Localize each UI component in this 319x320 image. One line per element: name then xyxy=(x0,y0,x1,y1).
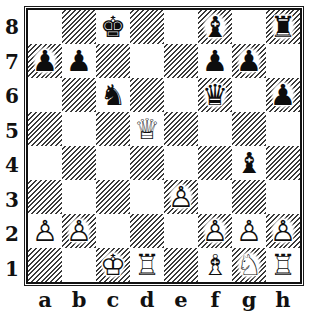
square-d2 xyxy=(130,214,164,248)
square-g2: ♙ xyxy=(232,214,266,248)
square-d3 xyxy=(130,180,164,214)
square-e5 xyxy=(164,112,198,146)
black-king-c8: ♚ xyxy=(96,10,130,44)
square-h6: ♟ xyxy=(266,78,300,112)
square-e8 xyxy=(164,10,198,44)
file-label-f: f xyxy=(198,288,232,316)
black-pawn-a7: ♟ xyxy=(28,44,62,78)
rank-label-6: 6 xyxy=(0,79,24,114)
file-labels: abcdefgh xyxy=(24,288,304,316)
square-f6: ♛ xyxy=(198,78,232,112)
white-pawn-g2: ♙ xyxy=(232,214,266,248)
file-label-d: d xyxy=(130,288,164,316)
square-g5 xyxy=(232,112,266,146)
square-e2 xyxy=(164,214,198,248)
square-d6 xyxy=(130,78,164,112)
square-g7: ♟ xyxy=(232,44,266,78)
black-queen-f6: ♛ xyxy=(198,78,232,112)
black-rook-h8: ♜ xyxy=(266,10,300,44)
square-f8: ♝ xyxy=(198,10,232,44)
square-d7 xyxy=(130,44,164,78)
square-e1 xyxy=(164,248,198,282)
rank-label-1: 1 xyxy=(0,252,24,287)
square-f4 xyxy=(198,146,232,180)
square-c2 xyxy=(96,214,130,248)
square-h1: ♖ xyxy=(266,248,300,282)
white-bishop-f1: ♗ xyxy=(198,248,232,282)
square-g4: ♝ xyxy=(232,146,266,180)
black-pawn-g7: ♟ xyxy=(232,44,266,78)
square-a1 xyxy=(28,248,62,282)
square-b4 xyxy=(62,146,96,180)
square-c1: ♔ xyxy=(96,248,130,282)
square-e3: ♙ xyxy=(164,180,198,214)
rank-label-2: 2 xyxy=(0,217,24,252)
chess-diagram: 87654321 ♚♝♜♟♟♟♟♞♛♟♕♝♙♙♙♙♙♙♔♖♗♘♖ abcdefg… xyxy=(0,0,319,316)
white-pawn-e3: ♙ xyxy=(164,180,198,214)
chess-board: ♚♝♜♟♟♟♟♞♛♟♕♝♙♙♙♙♙♙♔♖♗♘♖ xyxy=(26,8,302,284)
square-a8 xyxy=(28,10,62,44)
square-f2: ♙ xyxy=(198,214,232,248)
square-b5 xyxy=(62,112,96,146)
white-rook-h1: ♖ xyxy=(266,248,300,282)
square-c5 xyxy=(96,112,130,146)
square-b6 xyxy=(62,78,96,112)
file-label-b: b xyxy=(62,288,96,316)
white-queen-d5: ♕ xyxy=(130,112,164,146)
rank-label-5: 5 xyxy=(0,114,24,149)
square-c6: ♞ xyxy=(96,78,130,112)
white-pawn-b2: ♙ xyxy=(62,214,96,248)
square-b2: ♙ xyxy=(62,214,96,248)
white-pawn-a2: ♙ xyxy=(28,214,62,248)
square-b8 xyxy=(62,10,96,44)
square-h3 xyxy=(266,180,300,214)
square-c3 xyxy=(96,180,130,214)
square-c7 xyxy=(96,44,130,78)
file-label-a: a xyxy=(28,288,62,316)
square-e4 xyxy=(164,146,198,180)
square-g8 xyxy=(232,10,266,44)
black-knight-c6: ♞ xyxy=(96,78,130,112)
square-a5 xyxy=(28,112,62,146)
white-pawn-f2: ♙ xyxy=(198,214,232,248)
square-d8 xyxy=(130,10,164,44)
file-label-g: g xyxy=(232,288,266,316)
black-bishop-f8: ♝ xyxy=(198,10,232,44)
rank-labels: 87654321 xyxy=(0,6,24,286)
square-f1: ♗ xyxy=(198,248,232,282)
square-c4 xyxy=(96,146,130,180)
square-b3 xyxy=(62,180,96,214)
square-f3 xyxy=(198,180,232,214)
rank-label-4: 4 xyxy=(0,148,24,183)
rank-label-8: 8 xyxy=(0,10,24,45)
square-a7: ♟ xyxy=(28,44,62,78)
file-label-e: e xyxy=(164,288,198,316)
rank-label-3: 3 xyxy=(0,183,24,218)
square-f5 xyxy=(198,112,232,146)
square-b1 xyxy=(62,248,96,282)
board-frame: ♚♝♜♟♟♟♟♞♛♟♕♝♙♙♙♙♙♙♔♖♗♘♖ xyxy=(24,6,304,286)
square-h7 xyxy=(266,44,300,78)
square-a4 xyxy=(28,146,62,180)
square-h4 xyxy=(266,146,300,180)
square-d5: ♕ xyxy=(130,112,164,146)
square-f7: ♟ xyxy=(198,44,232,78)
square-d4 xyxy=(130,146,164,180)
rank-label-7: 7 xyxy=(0,45,24,80)
black-bishop-g4: ♝ xyxy=(232,146,266,180)
square-g1: ♘ xyxy=(232,248,266,282)
black-pawn-f7: ♟ xyxy=(198,44,232,78)
black-pawn-b7: ♟ xyxy=(62,44,96,78)
file-label-c: c xyxy=(96,288,130,316)
square-c8: ♚ xyxy=(96,10,130,44)
square-h8: ♜ xyxy=(266,10,300,44)
black-pawn-h6: ♟ xyxy=(266,78,300,112)
file-label-h: h xyxy=(266,288,300,316)
square-g3 xyxy=(232,180,266,214)
square-h2: ♙ xyxy=(266,214,300,248)
square-h5 xyxy=(266,112,300,146)
square-g6 xyxy=(232,78,266,112)
square-e6 xyxy=(164,78,198,112)
square-b7: ♟ xyxy=(62,44,96,78)
square-d1: ♖ xyxy=(130,248,164,282)
white-king-c1: ♔ xyxy=(96,248,130,282)
white-pawn-h2: ♙ xyxy=(266,214,300,248)
square-a3 xyxy=(28,180,62,214)
square-a6 xyxy=(28,78,62,112)
white-knight-g1: ♘ xyxy=(232,248,266,282)
square-a2: ♙ xyxy=(28,214,62,248)
white-rook-d1: ♖ xyxy=(130,248,164,282)
square-e7 xyxy=(164,44,198,78)
